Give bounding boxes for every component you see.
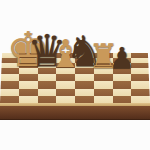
square-e1[interactable] — [75, 96, 94, 103]
square-a1[interactable] — [0, 96, 19, 103]
square-a2[interactable] — [0, 89, 19, 96]
square-f2[interactable] — [94, 89, 113, 96]
square-b2[interactable] — [19, 89, 38, 96]
square-d3[interactable] — [56, 81, 75, 88]
square-g3[interactable] — [113, 81, 132, 88]
square-c3[interactable] — [38, 81, 57, 88]
board-front-apron — [0, 106, 150, 120]
square-h4[interactable] — [131, 74, 150, 81]
square-e3[interactable] — [75, 81, 94, 88]
square-b3[interactable] — [19, 81, 38, 88]
square-c1[interactable] — [38, 96, 57, 103]
square-g2[interactable] — [113, 89, 132, 96]
square-d2[interactable] — [56, 89, 75, 96]
square-a3[interactable] — [0, 81, 19, 88]
square-h2[interactable] — [131, 89, 150, 96]
chessboard-photo: ♚♛♝♞♜♟ — [0, 0, 150, 150]
square-h3[interactable] — [131, 81, 150, 88]
square-f3[interactable] — [94, 81, 113, 88]
square-c2[interactable] — [38, 89, 57, 96]
square-h1[interactable] — [131, 96, 150, 103]
square-b1[interactable] — [19, 96, 38, 103]
piece-black-pawn-g5[interactable]: ♟ — [109, 44, 135, 73]
square-f1[interactable] — [94, 96, 113, 103]
square-d1[interactable] — [56, 96, 75, 103]
square-e2[interactable] — [75, 89, 94, 96]
square-g1[interactable] — [113, 96, 132, 103]
